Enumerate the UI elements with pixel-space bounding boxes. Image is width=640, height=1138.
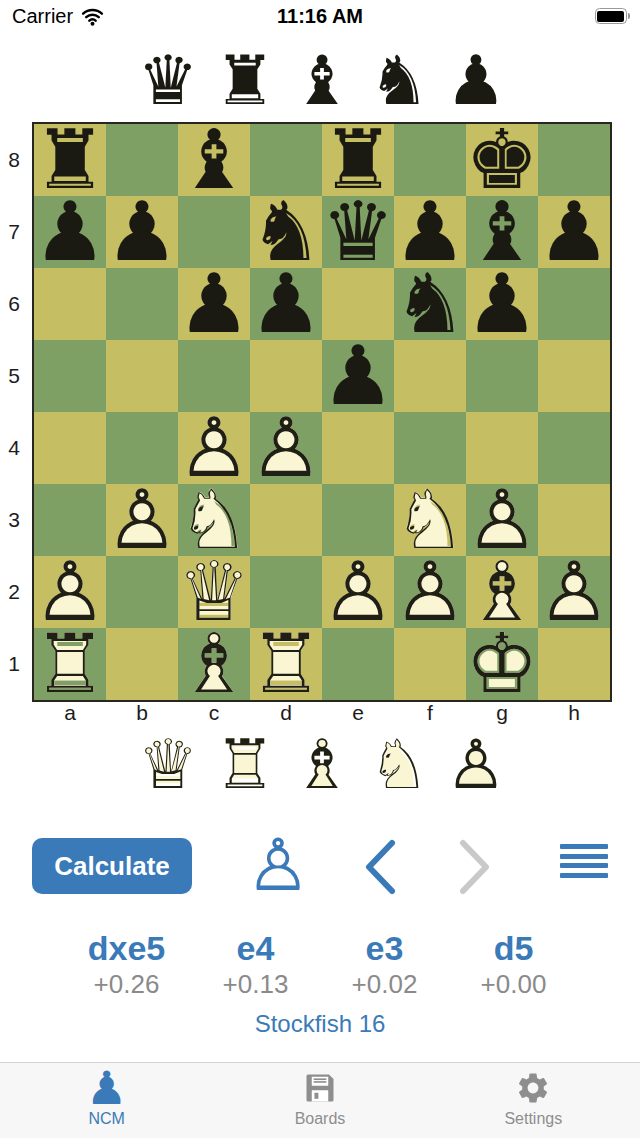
rank-label-4: 4 — [0, 412, 28, 484]
black-queen: ♛ — [135, 48, 201, 114]
square-h4[interactable] — [538, 412, 610, 484]
file-label-f: f — [394, 700, 466, 726]
square-b3[interactable]: ♟♙ — [106, 484, 178, 556]
move-eval: +0.02 — [320, 968, 449, 1000]
tab-label: NCM — [88, 1109, 124, 1129]
tab-boards[interactable]: Boards — [213, 1063, 426, 1138]
rank-label-6: 6 — [0, 268, 28, 340]
black-pawn: ♟ — [322, 340, 394, 412]
move-eval: +0.13 — [191, 968, 320, 1000]
tray-piece[interactable]: ♛ — [135, 48, 201, 114]
white-king: ♚♔ — [466, 628, 538, 700]
white-pawn: ♟♙ — [538, 556, 610, 628]
rank-label-2: 2 — [0, 556, 28, 628]
square-d3[interactable] — [250, 484, 322, 556]
square-e4[interactable] — [322, 412, 394, 484]
white-pawn: ♟♙ — [322, 556, 394, 628]
tray-piece[interactable]: ♞♘ — [366, 732, 432, 798]
black-knight: ♞ — [366, 48, 432, 114]
white-bishop: ♝♗ — [178, 628, 250, 700]
file-label-d: d — [250, 700, 322, 726]
white-pawn: ♟♙ — [443, 732, 509, 798]
tray-piece[interactable]: ♜ — [212, 48, 278, 114]
black-pawn: ♟ — [178, 268, 250, 340]
white-rook: ♜♖ — [212, 732, 278, 798]
square-a6[interactable] — [34, 268, 106, 340]
square-b7[interactable]: ♟ — [106, 196, 178, 268]
file-label-g: g — [466, 700, 538, 726]
square-b2[interactable] — [106, 556, 178, 628]
tray-piece[interactable]: ♞ — [366, 48, 432, 114]
square-a7[interactable]: ♟ — [34, 196, 106, 268]
square-c6[interactable]: ♟ — [178, 268, 250, 340]
file-labels: abcdefgh — [34, 700, 610, 726]
engine-move-dxe5[interactable]: dxe5+0.26 — [62, 928, 191, 1000]
floppy-disk-icon — [302, 1070, 338, 1106]
square-d6[interactable]: ♟ — [250, 268, 322, 340]
white-pawn: ♟♙ — [250, 412, 322, 484]
tab-ncm[interactable]: ♟ NCM — [0, 1063, 213, 1138]
file-label-b: b — [106, 700, 178, 726]
engine-move-d5[interactable]: d5+0.00 — [449, 928, 578, 1000]
square-a1[interactable]: ♜♖ — [34, 628, 106, 700]
tab-bar: ♟ NCM Boards Settings — [0, 1062, 640, 1138]
square-a4[interactable] — [34, 412, 106, 484]
square-e2[interactable]: ♟♙ — [322, 556, 394, 628]
square-f6[interactable]: ♞ — [394, 268, 466, 340]
tray-piece[interactable]: ♟ — [443, 48, 509, 114]
rank-label-8: 8 — [0, 124, 28, 196]
square-h5[interactable] — [538, 340, 610, 412]
square-f2[interactable]: ♟♙ — [394, 556, 466, 628]
tab-label: Settings — [504, 1109, 562, 1129]
rank-label-7: 7 — [0, 196, 28, 268]
square-b5[interactable] — [106, 340, 178, 412]
tray-piece[interactable]: ♛♕ — [135, 732, 201, 798]
tray-piece[interactable]: ♝ — [289, 48, 355, 114]
black-bishop: ♝ — [289, 48, 355, 114]
black-pawn: ♟ — [106, 196, 178, 268]
gear-icon — [515, 1070, 551, 1106]
engine-move-e4[interactable]: e4+0.13 — [191, 928, 320, 1000]
tab-settings[interactable]: Settings — [427, 1063, 640, 1138]
square-h7[interactable]: ♟ — [538, 196, 610, 268]
move-san: dxe5 — [62, 928, 191, 968]
file-label-e: e — [322, 700, 394, 726]
file-label-h: h — [538, 700, 610, 726]
chevron-left-icon[interactable] — [362, 838, 398, 896]
square-e1[interactable] — [322, 628, 394, 700]
status-bar: Carrier 11:16 AM — [0, 0, 640, 40]
black-piece-tray: ♛♜♝♞♟ — [32, 46, 612, 114]
square-d1[interactable]: ♜♖ — [250, 628, 322, 700]
move-san: d5 — [449, 928, 578, 968]
pawn-icon: ♟ — [86, 1067, 127, 1109]
clock: 11:16 AM — [0, 5, 640, 28]
square-h2[interactable]: ♟♙ — [538, 556, 610, 628]
hamburger-menu-icon[interactable] — [560, 844, 608, 882]
tray-piece[interactable]: ♝♗ — [289, 732, 355, 798]
square-d4[interactable]: ♟♙ — [250, 412, 322, 484]
white-rook: ♜♖ — [250, 628, 322, 700]
black-queen: ♛ — [322, 196, 394, 268]
black-pawn: ♟ — [34, 196, 106, 268]
battery-icon — [595, 8, 631, 24]
square-e5[interactable]: ♟ — [322, 340, 394, 412]
rank-label-5: 5 — [0, 340, 28, 412]
square-c8[interactable]: ♝ — [178, 124, 250, 196]
square-h1[interactable] — [538, 628, 610, 700]
white-pawn: ♟♙ — [106, 484, 178, 556]
engine-move-list: dxe5+0.26e4+0.13e3+0.02d5+0.00 — [62, 928, 578, 1000]
square-b6[interactable] — [106, 268, 178, 340]
tray-piece[interactable]: ♟♙ — [443, 732, 509, 798]
move-eval: +0.26 — [62, 968, 191, 1000]
square-e7[interactable]: ♛ — [322, 196, 394, 268]
controls-row: Calculate ♙ — [0, 836, 640, 898]
rank-labels: 87654321 — [0, 124, 28, 700]
app-screen: Carrier 11:16 AM ♛♜♝♞♟ 87654321 ♜♝♜♚♟♟♞♛… — [0, 0, 640, 1138]
black-knight: ♞ — [394, 268, 466, 340]
black-rook: ♜ — [212, 48, 278, 114]
calculate-button[interactable]: Calculate — [32, 838, 192, 894]
square-g5[interactable] — [466, 340, 538, 412]
white-rook: ♜♖ — [34, 628, 106, 700]
engine-name: Stockfish 16 — [0, 1010, 640, 1038]
white-pawn: ♟♙ — [394, 556, 466, 628]
file-label-c: c — [178, 700, 250, 726]
white-knight: ♞♘ — [366, 732, 432, 798]
black-pawn: ♟ — [466, 268, 538, 340]
rank-label-3: 3 — [0, 484, 28, 556]
rank-label-1: 1 — [0, 628, 28, 700]
move-eval: +0.00 — [449, 968, 578, 1000]
square-g1[interactable]: ♚♔ — [466, 628, 538, 700]
square-f5[interactable] — [394, 340, 466, 412]
square-g6[interactable]: ♟ — [466, 268, 538, 340]
white-piece-tray: ♛♕♜♖♝♗♞♘♟♙ — [32, 728, 612, 798]
white-bishop: ♝♗ — [289, 732, 355, 798]
square-f1[interactable] — [394, 628, 466, 700]
white-queen: ♛♕ — [135, 732, 201, 798]
chess-board: ♜♝♜♚♟♟♞♛♟♝♟♟♟♞♟♟♟♙♟♙♟♙♞♘♞♘♟♙♟♙♛♕♟♙♟♙♝♗♟♙… — [32, 122, 612, 702]
side-to-move-pawn-icon[interactable]: ♙ — [238, 826, 318, 904]
square-b1[interactable] — [106, 628, 178, 700]
black-pawn: ♟ — [538, 196, 610, 268]
black-bishop: ♝ — [178, 124, 250, 196]
square-h6[interactable] — [538, 268, 610, 340]
engine-move-e3[interactable]: e3+0.02 — [320, 928, 449, 1000]
black-pawn: ♟ — [250, 268, 322, 340]
file-label-a: a — [34, 700, 106, 726]
square-c1[interactable]: ♝♗ — [178, 628, 250, 700]
square-a5[interactable] — [34, 340, 106, 412]
black-pawn: ♟ — [443, 48, 509, 114]
tab-label: Boards — [295, 1109, 346, 1129]
tray-piece[interactable]: ♜♖ — [212, 732, 278, 798]
move-san: e3 — [320, 928, 449, 968]
move-san: e4 — [191, 928, 320, 968]
chevron-right-icon[interactable] — [457, 838, 493, 896]
